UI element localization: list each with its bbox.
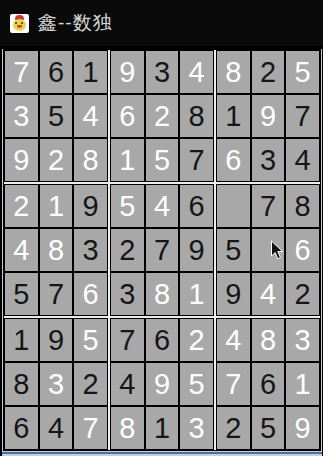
sudoku-box-1: 761354928 [4, 50, 108, 182]
sudoku-cell-r9c7[interactable]: 2 [217, 407, 250, 449]
sudoku-cell-r6c4[interactable]: 3 [111, 273, 144, 315]
sudoku-cell-r9c3[interactable]: 7 [74, 407, 107, 449]
sudoku-cell-r8c8[interactable]: 6 [252, 363, 285, 405]
sudoku-cell-r3c5[interactable]: 5 [146, 139, 179, 181]
sudoku-cell-r9c9[interactable]: 9 [286, 407, 319, 449]
sudoku-cell-r9c4[interactable]: 8 [111, 407, 144, 449]
sudoku-cell-r5c5[interactable]: 7 [146, 229, 179, 271]
sudoku-cell-r8c7[interactable]: 7 [217, 363, 250, 405]
sudoku-cell-r1c3[interactable]: 1 [74, 51, 107, 93]
sudoku-cell-r5c9[interactable]: 6 [286, 229, 319, 271]
sudoku-cell-r8c4[interactable]: 4 [111, 363, 144, 405]
sudoku-cell-r5c3[interactable]: 3 [74, 229, 107, 271]
sudoku-cell-r5c1[interactable]: 4 [5, 229, 38, 271]
sudoku-cell-r2c5[interactable]: 2 [146, 95, 179, 137]
sudoku-cell-r7c6[interactable]: 2 [180, 319, 213, 361]
sudoku-cell-r7c4[interactable]: 7 [111, 319, 144, 361]
sudoku-cell-r4c8[interactable]: 7 [252, 185, 285, 227]
sudoku-cell-r4c6[interactable]: 6 [180, 185, 213, 227]
sudoku-box-5: 546279381 [110, 184, 214, 316]
sudoku-cell-r4c4[interactable]: 5 [111, 185, 144, 227]
window-title: 鑫--数独 [38, 10, 113, 36]
sudoku-cell-r8c6[interactable]: 5 [180, 363, 213, 405]
sudoku-cell-r9c2[interactable]: 4 [40, 407, 73, 449]
app-icon [10, 14, 29, 33]
sudoku-cell-r8c3[interactable]: 2 [74, 363, 107, 405]
sudoku-cell-r3c9[interactable]: 4 [286, 139, 319, 181]
sudoku-cell-r9c6[interactable]: 3 [180, 407, 213, 449]
sudoku-cell-r2c4[interactable]: 6 [111, 95, 144, 137]
sudoku-cell-r9c8[interactable]: 5 [252, 407, 285, 449]
sudoku-cell-r7c9[interactable]: 3 [286, 319, 319, 361]
sudoku-cell-r4c3[interactable]: 9 [74, 185, 107, 227]
sudoku-cell-r3c2[interactable]: 2 [40, 139, 73, 181]
title-bar: 鑫--数独 [0, 0, 323, 46]
icon-eye-left [15, 22, 17, 24]
sudoku-cell-r3c7[interactable]: 6 [217, 139, 250, 181]
sudoku-cell-r1c6[interactable]: 4 [180, 51, 213, 93]
sudoku-cell-r4c7[interactable] [217, 185, 250, 227]
sudoku-cell-r6c1[interactable]: 5 [5, 273, 38, 315]
sudoku-cell-r1c4[interactable]: 9 [111, 51, 144, 93]
sudoku-cell-r8c1[interactable]: 8 [5, 363, 38, 405]
sudoku-cell-r6c9[interactable]: 2 [286, 273, 319, 315]
sudoku-box-2: 934628157 [110, 50, 214, 182]
sudoku-cell-r2c2[interactable]: 5 [40, 95, 73, 137]
sudoku-cell-r5c7[interactable]: 5 [217, 229, 250, 271]
window-bottom-border [2, 451, 322, 456]
sudoku-cell-r7c1[interactable]: 1 [5, 319, 38, 361]
sudoku-cell-r3c1[interactable]: 9 [5, 139, 38, 181]
sudoku-cell-r9c5[interactable]: 1 [146, 407, 179, 449]
sudoku-cell-r1c1[interactable]: 7 [5, 51, 38, 93]
sudoku-box-3: 825197634 [216, 50, 320, 182]
sudoku-cell-r3c3[interactable]: 8 [74, 139, 107, 181]
sudoku-cell-r5c8[interactable] [252, 229, 285, 271]
sudoku-box-4: 219483576 [4, 184, 108, 316]
sudoku-box-6: 7856942 [216, 184, 320, 316]
sudoku-cell-r7c7[interactable]: 4 [217, 319, 250, 361]
sudoku-cell-r6c6[interactable]: 1 [180, 273, 213, 315]
sudoku-cell-r4c9[interactable]: 8 [286, 185, 319, 227]
sudoku-cell-r9c1[interactable]: 6 [5, 407, 38, 449]
board-frame: 7613549289346281578251976342194835765462… [2, 49, 322, 451]
sudoku-box-9: 483761259 [216, 318, 320, 450]
sudoku-cell-r6c7[interactable]: 9 [217, 273, 250, 315]
app-window: 鑫--数独 7613549289346281578251976342194835… [0, 0, 323, 456]
sudoku-cell-r7c8[interactable]: 8 [252, 319, 285, 361]
sudoku-cell-r2c1[interactable]: 3 [5, 95, 38, 137]
sudoku-cell-r3c4[interactable]: 1 [111, 139, 144, 181]
sudoku-cell-r4c2[interactable]: 1 [40, 185, 73, 227]
sudoku-box-7: 195832647 [4, 318, 108, 450]
icon-eye-right [21, 22, 23, 24]
sudoku-cell-r7c3[interactable]: 5 [74, 319, 107, 361]
sudoku-cell-r6c2[interactable]: 7 [40, 273, 73, 315]
sudoku-box-8: 762495813 [110, 318, 214, 450]
sudoku-cell-r1c8[interactable]: 2 [252, 51, 285, 93]
icon-mouth [17, 25, 22, 28]
sudoku-cell-r5c6[interactable]: 9 [180, 229, 213, 271]
sudoku-cell-r5c4[interactable]: 2 [111, 229, 144, 271]
sudoku-cell-r5c2[interactable]: 8 [40, 229, 73, 271]
sudoku-cell-r4c5[interactable]: 4 [146, 185, 179, 227]
sudoku-cell-r6c3[interactable]: 6 [74, 273, 107, 315]
sudoku-cell-r1c2[interactable]: 6 [40, 51, 73, 93]
sudoku-cell-r2c9[interactable]: 7 [286, 95, 319, 137]
sudoku-cell-r1c5[interactable]: 3 [146, 51, 179, 93]
sudoku-board: 7613549289346281578251976342194835765462… [3, 49, 321, 451]
board-area: 7613549289346281578251976342194835765462… [0, 46, 323, 456]
sudoku-cell-r6c5[interactable]: 8 [146, 273, 179, 315]
sudoku-cell-r3c8[interactable]: 3 [252, 139, 285, 181]
sudoku-cell-r7c5[interactable]: 6 [146, 319, 179, 361]
sudoku-cell-r6c8[interactable]: 4 [252, 273, 285, 315]
sudoku-cell-r8c5[interactable]: 9 [146, 363, 179, 405]
sudoku-cell-r2c7[interactable]: 1 [217, 95, 250, 137]
sudoku-cell-r2c3[interactable]: 4 [74, 95, 107, 137]
sudoku-cell-r2c6[interactable]: 8 [180, 95, 213, 137]
sudoku-cell-r3c6[interactable]: 7 [180, 139, 213, 181]
sudoku-cell-r1c9[interactable]: 5 [286, 51, 319, 93]
sudoku-cell-r4c1[interactable]: 2 [5, 185, 38, 227]
sudoku-cell-r1c7[interactable]: 8 [217, 51, 250, 93]
sudoku-cell-r2c8[interactable]: 9 [252, 95, 285, 137]
sudoku-cell-r7c2[interactable]: 9 [40, 319, 73, 361]
sudoku-cell-r8c9[interactable]: 1 [286, 363, 319, 405]
sudoku-cell-r8c2[interactable]: 3 [40, 363, 73, 405]
